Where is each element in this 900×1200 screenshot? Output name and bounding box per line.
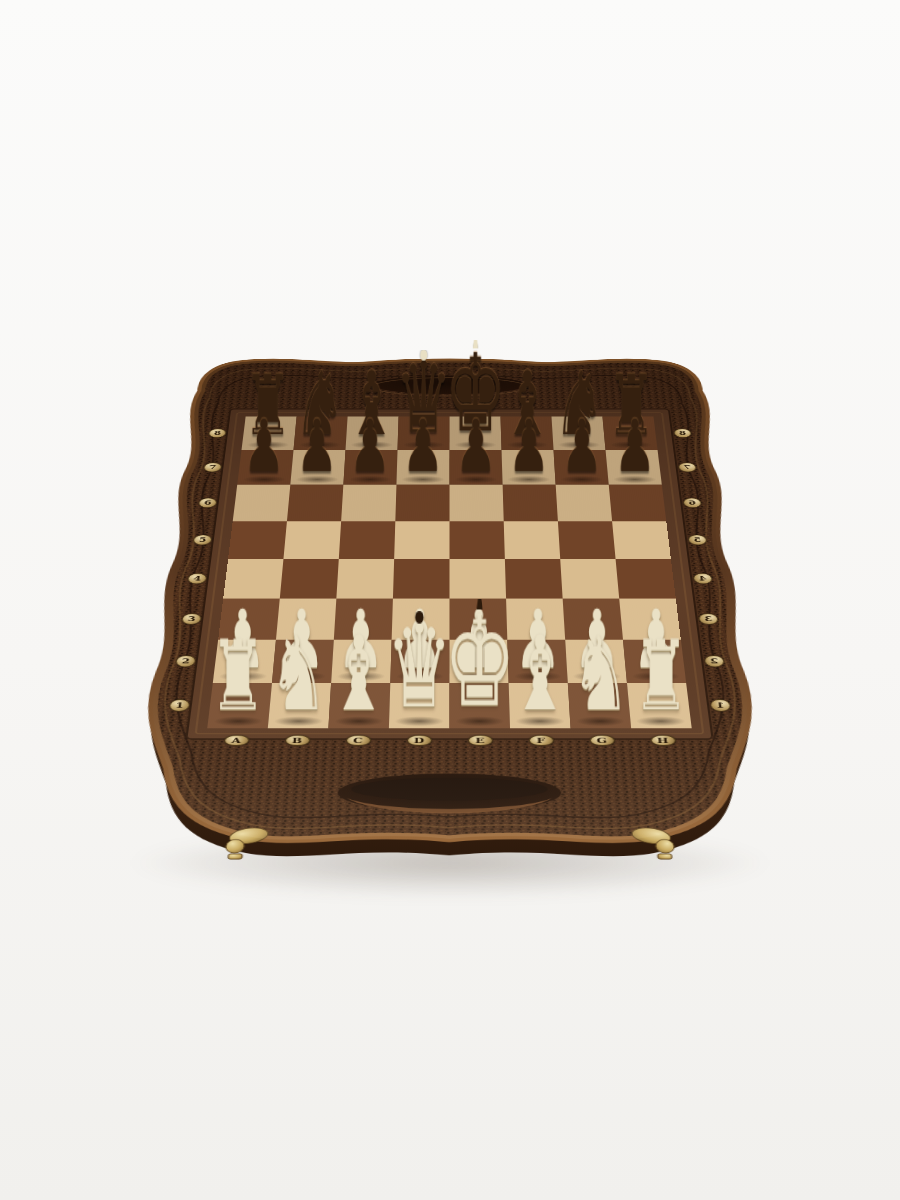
file-label-c: C xyxy=(345,735,371,746)
piece-dark-pawn-g7[interactable]: ♟ xyxy=(561,410,603,482)
king-spike-finial xyxy=(476,587,482,610)
square-b1[interactable]: ♞ xyxy=(268,683,331,728)
piece-dark-pawn-a7[interactable]: ♟ xyxy=(243,410,285,482)
piece-dark-pawn-d7[interactable]: ♟ xyxy=(402,410,444,482)
square-a1[interactable]: ♜ xyxy=(207,683,272,728)
file-label-d: D xyxy=(406,735,431,746)
piece-light-knight-b1[interactable]: ♞ xyxy=(269,622,328,725)
square-e7[interactable]: ♟ xyxy=(450,450,503,485)
square-g7[interactable]: ♟ xyxy=(554,450,609,485)
square-h1[interactable]: ♜ xyxy=(627,683,692,728)
file-label-e: E xyxy=(467,735,492,746)
chess-case-plane: ♜♞♝♛♚♝♞♜♟♟♟♟♟♟♟♟♟♟♟♟♟♟♟♟♜♞♝♛♚♝♞♜ 8765432… xyxy=(110,357,790,875)
queen-ball-finial xyxy=(420,350,427,361)
rank-label-right-8: 8 xyxy=(673,429,692,438)
square-d7[interactable]: ♟ xyxy=(396,450,449,485)
piece-light-bishop-f1[interactable]: ♝ xyxy=(511,622,570,725)
rank-label-right-7: 7 xyxy=(678,462,697,472)
square-h7[interactable]: ♟ xyxy=(606,450,662,485)
square-d1[interactable]: ♛ xyxy=(389,683,450,728)
board-case: ♜♞♝♛♚♝♞♜♟♟♟♟♟♟♟♟♟♟♟♟♟♟♟♟♜♞♝♛♚♝♞♜ 8765432… xyxy=(110,357,790,875)
piece-dark-pawn-c7[interactable]: ♟ xyxy=(349,410,391,482)
file-label-f: F xyxy=(528,735,554,746)
piece-dark-pawn-e7[interactable]: ♟ xyxy=(455,410,497,482)
king-spike-finial xyxy=(473,329,479,349)
square-f7[interactable]: ♟ xyxy=(502,450,556,485)
square-a7[interactable]: ♟ xyxy=(237,450,293,485)
piece-light-rook-a1[interactable]: ♜ xyxy=(210,628,266,725)
square-b7[interactable]: ♟ xyxy=(290,450,345,485)
piece-dark-pawn-h7[interactable]: ♟ xyxy=(614,410,656,482)
piece-light-knight-g1[interactable]: ♞ xyxy=(571,622,630,725)
piece-dark-pawn-b7[interactable]: ♟ xyxy=(296,410,338,482)
photo-background: ♜♞♝♛♚♝♞♜♟♟♟♟♟♟♟♟♟♟♟♟♟♟♟♟♜♞♝♛♚♝♞♜ 8765432… xyxy=(0,0,900,1200)
board-field: ♜♞♝♛♚♝♞♜♟♟♟♟♟♟♟♟♟♟♟♟♟♟♟♟♜♞♝♛♚♝♞♜ xyxy=(207,417,691,729)
square-g1[interactable]: ♞ xyxy=(568,683,631,728)
piece-dark-pawn-f7[interactable]: ♟ xyxy=(508,410,550,482)
square-e1[interactable]: ♚ xyxy=(449,683,510,728)
queen-ball-finial xyxy=(415,611,423,624)
piece-light-queen-d1[interactable]: ♛ xyxy=(386,611,452,725)
file-label-g: G xyxy=(589,735,615,746)
file-label-b: B xyxy=(284,735,310,746)
square-c1[interactable]: ♝ xyxy=(328,683,390,728)
piece-light-bishop-c1[interactable]: ♝ xyxy=(329,622,388,725)
piece-light-rook-h1[interactable]: ♜ xyxy=(633,628,689,725)
piece-light-king-e1[interactable]: ♚ xyxy=(443,599,515,724)
square-f1[interactable]: ♝ xyxy=(509,683,571,728)
square-c7[interactable]: ♟ xyxy=(343,450,397,485)
